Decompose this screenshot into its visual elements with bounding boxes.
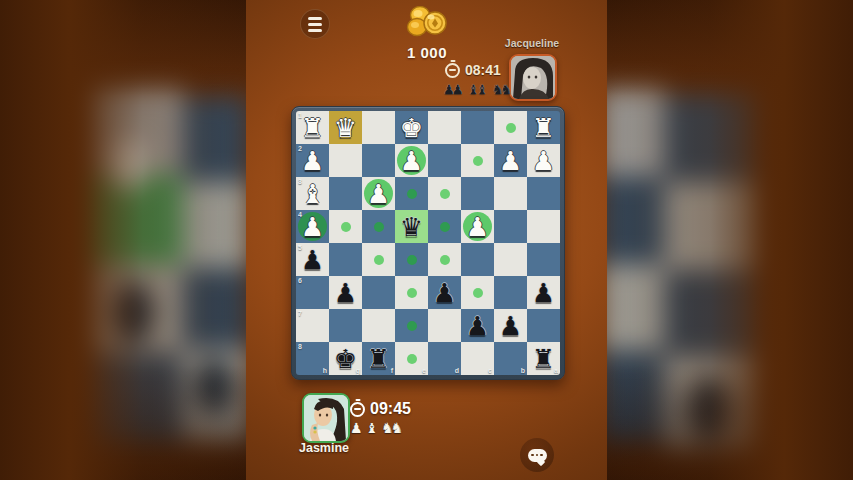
- move-dot: [440, 255, 450, 265]
- square-a1[interactable]: ♜: [527, 111, 560, 144]
- coin-balance[interactable]: 1 000: [392, 6, 462, 61]
- capture-ring: [397, 146, 426, 175]
- square-g3[interactable]: [329, 177, 362, 210]
- opponent-captured-pieces: ♟♟♝♝♞♞: [443, 82, 509, 97]
- square-h6[interactable]: 6: [296, 276, 329, 309]
- square-a2[interactable]: ♟: [527, 144, 560, 177]
- rank-label: 7: [298, 310, 302, 317]
- player-name: Jasmine: [286, 441, 362, 455]
- file-label: c: [488, 367, 492, 374]
- piece-white-pawn: ♟: [494, 144, 527, 177]
- captured-piece-group: ♞♞: [492, 82, 509, 97]
- square-b5[interactable]: [494, 243, 527, 276]
- chat-button[interactable]: [520, 438, 554, 472]
- move-dot: [407, 255, 417, 265]
- move-dot: [473, 288, 483, 298]
- square-f6[interactable]: [362, 276, 395, 309]
- square-c8[interactable]: c: [461, 342, 494, 375]
- square-g6[interactable]: ♟: [329, 276, 362, 309]
- piece-white-pawn: ♟: [296, 144, 329, 177]
- file-label: b: [521, 367, 525, 374]
- piece-black-rook: ♜: [362, 342, 395, 375]
- piece-black-pawn: ♟: [329, 276, 362, 309]
- move-dot: [473, 156, 483, 166]
- square-f1[interactable]: [362, 111, 395, 144]
- hamburger-icon: [308, 17, 322, 32]
- stopwatch-icon: [350, 402, 365, 417]
- square-h5[interactable]: ♟5: [296, 243, 329, 276]
- square-f7[interactable]: [362, 309, 395, 342]
- square-a5[interactable]: [527, 243, 560, 276]
- square-c5[interactable]: [461, 243, 494, 276]
- square-c2[interactable]: [461, 144, 494, 177]
- square-b3[interactable]: [494, 177, 527, 210]
- square-d2[interactable]: [428, 144, 461, 177]
- square-d7[interactable]: [428, 309, 461, 342]
- square-h2[interactable]: ♟2: [296, 144, 329, 177]
- square-h4[interactable]: ♟4: [296, 210, 329, 243]
- opponent-clock-time: 08:41: [465, 62, 501, 78]
- square-g2[interactable]: [329, 144, 362, 177]
- player-portrait: [304, 395, 348, 441]
- square-f8[interactable]: ♜f: [362, 342, 395, 375]
- piece-white-queen: ♛: [329, 111, 362, 144]
- square-e7[interactable]: [395, 309, 428, 342]
- player-clock-time: 09:45: [370, 400, 411, 418]
- coins-icon: [404, 6, 450, 40]
- rank-label: 5: [298, 244, 302, 251]
- file-label: d: [455, 367, 459, 374]
- square-g4[interactable]: [329, 210, 362, 243]
- square-e1[interactable]: ♚: [395, 111, 428, 144]
- rank-label: 3: [298, 178, 302, 185]
- capture-ring: [364, 179, 393, 208]
- square-c3[interactable]: [461, 177, 494, 210]
- square-a3[interactable]: [527, 177, 560, 210]
- capture-ring: [298, 212, 327, 241]
- square-b2[interactable]: ♟: [494, 144, 527, 177]
- square-e6[interactable]: [395, 276, 428, 309]
- piece-black-pawn: ♟: [428, 276, 461, 309]
- square-a6[interactable]: ♟: [527, 276, 560, 309]
- square-c4[interactable]: ♟: [461, 210, 494, 243]
- opponent-clock: 08:41: [445, 62, 501, 78]
- square-d5[interactable]: [428, 243, 461, 276]
- piece-black-queen: ♛: [395, 210, 428, 243]
- player-clock: 09:45: [350, 400, 411, 418]
- chess-board: ♜1♛♚♜♟2♟♟♟♝3♟♟4♛♟♟56♟♟♟7♟♟8h♚g♜fedcb♜a: [291, 106, 565, 380]
- square-e3[interactable]: [395, 177, 428, 210]
- screen: 1 000 Jacqueline 08:41 ♟♟♝♝♞♞ ♜1♛♚♜♟2♟♟♟…: [0, 0, 853, 480]
- square-b4[interactable]: [494, 210, 527, 243]
- piece-white-bishop: ♝: [296, 177, 329, 210]
- square-d3[interactable]: [428, 177, 461, 210]
- captured-piece-group: ♟: [350, 420, 360, 436]
- square-d4[interactable]: [428, 210, 461, 243]
- piece-white-rook: ♜: [296, 111, 329, 144]
- square-h1[interactable]: ♜1: [296, 111, 329, 144]
- square-a7[interactable]: [527, 309, 560, 342]
- piece-black-pawn: ♟: [494, 309, 527, 342]
- rank-label: 1: [298, 112, 302, 119]
- piece-white-pawn: ♟: [527, 144, 560, 177]
- square-h8[interactable]: 8h: [296, 342, 329, 375]
- square-g1[interactable]: ♛: [329, 111, 362, 144]
- square-f3[interactable]: ♟: [362, 177, 395, 210]
- move-dot: [440, 189, 450, 199]
- square-e8[interactable]: e: [395, 342, 428, 375]
- piece-white-king: ♚: [395, 111, 428, 144]
- rank-label: 6: [298, 277, 302, 284]
- square-e4[interactable]: ♛: [395, 210, 428, 243]
- file-label: a: [554, 367, 558, 374]
- move-dot: [407, 288, 417, 298]
- move-dot: [407, 354, 417, 364]
- move-dot: [374, 255, 384, 265]
- opponent-avatar: [509, 54, 557, 101]
- rank-label: 2: [298, 145, 302, 152]
- piece-black-pawn: ♟: [296, 243, 329, 276]
- captured-piece-group: ♞♞: [381, 420, 400, 436]
- player-captured-pieces: ♟♝♞♞: [350, 420, 400, 436]
- move-dot: [506, 123, 516, 133]
- square-b6[interactable]: [494, 276, 527, 309]
- square-g7[interactable]: [329, 309, 362, 342]
- move-dot: [407, 321, 417, 331]
- file-label: g: [356, 367, 360, 374]
- captured-piece-group: ♝♝: [467, 82, 484, 97]
- captured-piece-group: ♝: [366, 420, 376, 436]
- square-g5[interactable]: [329, 243, 362, 276]
- square-e2[interactable]: ♟: [395, 144, 428, 177]
- app-column: 1 000 Jacqueline 08:41 ♟♟♝♝♞♞ ♜1♛♚♜♟2♟♟♟…: [246, 0, 607, 480]
- background-blur-left: [0, 0, 246, 480]
- square-c1[interactable]: [461, 111, 494, 144]
- file-label: h: [323, 367, 327, 374]
- piece-black-pawn: ♟: [461, 309, 494, 342]
- menu-button[interactable]: [300, 9, 330, 39]
- square-f2[interactable]: [362, 144, 395, 177]
- square-d8[interactable]: d: [428, 342, 461, 375]
- square-f5[interactable]: [362, 243, 395, 276]
- player-avatar: [302, 393, 350, 443]
- square-e5[interactable]: [395, 243, 428, 276]
- opponent-portrait: [511, 56, 555, 99]
- square-b8[interactable]: b: [494, 342, 527, 375]
- opponent-name: Jacqueline: [504, 37, 560, 49]
- stopwatch-icon: [445, 63, 460, 78]
- move-dot: [374, 222, 384, 232]
- piece-white-rook: ♜: [527, 111, 560, 144]
- square-c7[interactable]: ♟: [461, 309, 494, 342]
- piece-black-pawn: ♟: [527, 276, 560, 309]
- square-g8[interactable]: ♚g: [329, 342, 362, 375]
- move-dot: [341, 222, 351, 232]
- file-label: e: [422, 367, 426, 374]
- square-a8[interactable]: ♜a: [527, 342, 560, 375]
- piece-black-rook: ♜: [527, 342, 560, 375]
- square-h3[interactable]: ♝3: [296, 177, 329, 210]
- square-d1[interactable]: [428, 111, 461, 144]
- square-h7[interactable]: 7: [296, 309, 329, 342]
- move-dot: [407, 189, 417, 199]
- square-b1[interactable]: [494, 111, 527, 144]
- background-blur-right: [607, 0, 853, 480]
- piece-black-king: ♚: [329, 342, 362, 375]
- capture-ring: [463, 212, 492, 241]
- captured-piece-group: ♟♟: [443, 82, 460, 97]
- square-d6[interactable]: ♟: [428, 276, 461, 309]
- coin-amount: 1 000: [392, 44, 462, 61]
- square-f4[interactable]: [362, 210, 395, 243]
- square-c6[interactable]: [461, 276, 494, 309]
- move-dot: [440, 222, 450, 232]
- file-label: f: [391, 367, 393, 374]
- rank-label: 8: [298, 343, 302, 350]
- square-b7[interactable]: ♟: [494, 309, 527, 342]
- chat-bubble-icon: [528, 449, 547, 462]
- square-a4[interactable]: [527, 210, 560, 243]
